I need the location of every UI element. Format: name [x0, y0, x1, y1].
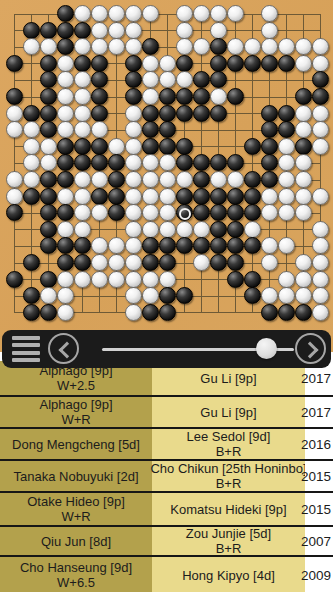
white-stone — [261, 204, 278, 221]
black-stone — [40, 271, 57, 288]
white-stone — [295, 287, 312, 304]
black-stone — [261, 55, 278, 72]
black-stone — [142, 138, 159, 155]
white-stone — [278, 237, 295, 254]
white-stone — [244, 221, 261, 238]
game-result: W+R — [61, 509, 90, 524]
white-stone — [261, 254, 278, 271]
black-stone — [40, 221, 57, 238]
white-stone — [125, 138, 142, 155]
white-stone — [125, 237, 142, 254]
white-stone — [6, 105, 23, 122]
black-stone — [227, 271, 244, 288]
black-stone — [176, 287, 193, 304]
white-stone — [278, 188, 295, 205]
black-stone — [74, 22, 91, 39]
black-stone — [108, 154, 125, 171]
white-stone — [176, 71, 193, 88]
black-stone — [278, 105, 295, 122]
black-stone — [142, 38, 159, 55]
left-player-name: Alphago [9p] — [39, 397, 112, 412]
black-stone — [40, 22, 57, 39]
black-stone — [261, 138, 278, 155]
white-stone — [57, 105, 74, 122]
white-stone — [193, 5, 210, 22]
black-stone — [6, 204, 23, 221]
white-stone — [142, 204, 159, 221]
white-stone — [91, 271, 108, 288]
white-stone — [91, 254, 108, 271]
black-stone — [210, 254, 227, 271]
left-player-name: Tanaka Nobuyuki [2d] — [13, 469, 138, 484]
white-stone — [125, 121, 142, 138]
left-player-name: Dong Mengcheng [5d] — [12, 437, 140, 452]
black-stone — [74, 254, 91, 271]
white-stone — [159, 154, 176, 171]
white-stone — [40, 154, 57, 171]
right-player-name: Komatsu Hideki [9p] — [170, 502, 286, 517]
black-stone — [40, 237, 57, 254]
white-stone — [108, 271, 125, 288]
white-stone — [40, 138, 57, 155]
white-stone — [159, 271, 176, 288]
white-stone — [91, 22, 108, 39]
black-stone — [159, 237, 176, 254]
white-stone — [108, 22, 125, 39]
year-cell: 2017 — [305, 397, 333, 427]
white-stone — [23, 38, 40, 55]
white-stone — [295, 121, 312, 138]
white-stone — [244, 38, 261, 55]
white-stone — [91, 171, 108, 188]
white-stone — [295, 204, 312, 221]
white-stone — [125, 254, 142, 271]
game-result: B+R — [216, 541, 242, 556]
white-stone — [261, 188, 278, 205]
go-board[interactable] — [0, 0, 333, 352]
black-stone — [210, 105, 227, 122]
black-stone — [261, 105, 278, 122]
white-stone — [295, 38, 312, 55]
black-stone — [40, 121, 57, 138]
black-stone — [91, 188, 108, 205]
black-stone — [6, 271, 23, 288]
black-stone — [227, 204, 244, 221]
white-stone — [125, 304, 142, 321]
black-stone — [57, 254, 74, 271]
white-stone — [295, 254, 312, 271]
white-stone — [108, 38, 125, 55]
black-stone — [176, 204, 193, 221]
white-stone — [210, 22, 227, 39]
white-stone — [295, 188, 312, 205]
black-stone — [57, 171, 74, 188]
white-stone — [108, 5, 125, 22]
black-stone — [74, 237, 91, 254]
left-player-cell: Tanaka Nobuyuki [2d] — [0, 461, 152, 491]
white-stone — [261, 237, 278, 254]
black-stone — [40, 88, 57, 105]
game-list: Alphago [9p]W+2.5Gu Li [9p]2017Alphago [… — [0, 361, 333, 592]
black-stone — [210, 154, 227, 171]
white-stone — [159, 55, 176, 72]
right-player-cell: Hong Kipyo [4d] — [152, 557, 305, 592]
black-stone — [91, 71, 108, 88]
white-stone — [193, 221, 210, 238]
table-row[interactable]: Qiu Jun [8d]Zou Junjie [5d]B+R2007 — [0, 527, 333, 557]
black-stone — [142, 254, 159, 271]
left-player-cell: Dong Mengcheng [5d] — [0, 429, 152, 459]
black-stone — [176, 55, 193, 72]
black-stone — [57, 38, 74, 55]
white-stone — [176, 5, 193, 22]
white-stone — [108, 237, 125, 254]
black-stone — [244, 55, 261, 72]
white-stone — [74, 71, 91, 88]
black-stone — [210, 38, 227, 55]
black-stone — [176, 138, 193, 155]
black-stone — [74, 138, 91, 155]
white-stone — [193, 38, 210, 55]
black-stone — [125, 71, 142, 88]
right-player-cell: Zou Junjie [5d]B+R — [152, 527, 305, 555]
right-player-name: Gu Li [9p] — [200, 371, 256, 386]
year-cell: 2016 — [305, 429, 333, 459]
year-cell: 2015 — [305, 461, 333, 491]
white-stone — [74, 105, 91, 122]
black-stone — [40, 188, 57, 205]
black-stone — [40, 304, 57, 321]
black-stone — [278, 55, 295, 72]
black-stone — [91, 154, 108, 171]
white-stone — [312, 138, 329, 155]
white-stone — [125, 287, 142, 304]
white-stone — [91, 204, 108, 221]
right-player-cell: Cho Chikun [25th Honinbo]B+R — [152, 461, 305, 491]
black-stone — [227, 188, 244, 205]
white-stone — [91, 5, 108, 22]
black-stone — [40, 204, 57, 221]
white-stone — [74, 188, 91, 205]
year-cell: 2007 — [305, 527, 333, 555]
black-stone — [40, 105, 57, 122]
black-stone — [176, 237, 193, 254]
white-stone — [125, 105, 142, 122]
right-player-cell: Gu Li [9p] — [152, 397, 305, 427]
white-stone — [57, 121, 74, 138]
black-stone — [91, 138, 108, 155]
white-stone — [278, 138, 295, 155]
white-stone — [91, 237, 108, 254]
black-stone — [57, 204, 74, 221]
black-stone — [261, 154, 278, 171]
black-stone — [193, 88, 210, 105]
white-stone — [295, 105, 312, 122]
white-stone — [312, 287, 329, 304]
white-stone — [159, 171, 176, 188]
black-stone — [108, 171, 125, 188]
black-stone — [210, 204, 227, 221]
white-stone — [261, 38, 278, 55]
white-stone — [278, 287, 295, 304]
black-stone — [244, 237, 261, 254]
black-stone — [244, 204, 261, 221]
white-stone — [261, 287, 278, 304]
white-stone — [159, 71, 176, 88]
white-stone — [125, 5, 142, 22]
black-stone — [159, 254, 176, 271]
white-stone — [312, 221, 329, 238]
white-stone — [40, 38, 57, 55]
black-stone — [142, 237, 159, 254]
white-stone — [142, 55, 159, 72]
white-stone — [227, 5, 244, 22]
year-cell: 2015 — [305, 493, 333, 525]
move-slider[interactable] — [102, 330, 294, 368]
left-player-cell: Qiu Jun [8d] — [0, 527, 152, 555]
right-player-cell: Lee Sedol [9d]B+R — [152, 429, 305, 459]
white-stone — [23, 138, 40, 155]
menu-icon[interactable] — [12, 336, 40, 362]
right-player-name: Hong Kipyo [4d] — [182, 568, 275, 583]
white-stone — [261, 22, 278, 39]
right-player-cell: Komatsu Hideki [9p] — [152, 493, 305, 525]
black-stone — [159, 138, 176, 155]
white-stone — [312, 188, 329, 205]
white-stone — [295, 171, 312, 188]
black-stone — [176, 154, 193, 171]
white-stone — [312, 254, 329, 271]
white-stone — [142, 221, 159, 238]
black-stone — [23, 22, 40, 39]
white-stone — [57, 287, 74, 304]
black-stone — [227, 254, 244, 271]
black-stone — [278, 304, 295, 321]
last-move-marker — [179, 208, 191, 220]
white-stone — [57, 55, 74, 72]
white-stone — [312, 105, 329, 122]
white-stone — [159, 188, 176, 205]
white-stone — [74, 204, 91, 221]
black-stone — [210, 221, 227, 238]
black-stone — [23, 287, 40, 304]
white-stone — [295, 271, 312, 288]
white-stone — [57, 271, 74, 288]
game-result: W+R — [61, 412, 90, 427]
left-player-name: Otake Hideo [9p] — [27, 494, 125, 509]
white-stone — [278, 271, 295, 288]
black-stone — [193, 188, 210, 205]
white-stone — [91, 38, 108, 55]
black-stone — [108, 188, 125, 205]
game-result: B+R — [216, 476, 242, 491]
black-stone — [244, 271, 261, 288]
white-stone — [312, 121, 329, 138]
game-result: B+R — [216, 444, 242, 459]
white-stone — [125, 22, 142, 39]
white-stone — [125, 271, 142, 288]
game-result: W+2.5 — [57, 378, 95, 393]
black-stone — [159, 304, 176, 321]
black-stone — [6, 55, 23, 72]
black-stone — [40, 55, 57, 72]
white-stone — [176, 22, 193, 39]
black-stone — [23, 304, 40, 321]
white-stone — [23, 171, 40, 188]
white-stone — [57, 71, 74, 88]
black-stone — [57, 138, 74, 155]
white-stone — [57, 221, 74, 238]
black-stone — [40, 171, 57, 188]
white-stone — [108, 254, 125, 271]
white-stone — [193, 254, 210, 271]
table-row[interactable]: Dong Mengcheng [5d]Lee Sedol [9d]B+R2016 — [0, 429, 333, 461]
white-stone — [125, 171, 142, 188]
white-stone — [210, 5, 227, 22]
black-stone — [295, 138, 312, 155]
black-stone — [91, 55, 108, 72]
black-stone — [244, 287, 261, 304]
white-stone — [312, 271, 329, 288]
black-stone — [210, 55, 227, 72]
white-stone — [125, 188, 142, 205]
black-stone — [23, 105, 40, 122]
white-stone — [176, 171, 193, 188]
black-stone — [244, 171, 261, 188]
black-stone — [23, 254, 40, 271]
black-stone — [278, 121, 295, 138]
white-stone — [74, 88, 91, 105]
right-player-name: Cho Chikun [25th Honinbo] — [150, 461, 306, 476]
black-stone — [210, 188, 227, 205]
white-stone — [57, 304, 74, 321]
white-stone — [142, 188, 159, 205]
move-navigation-bar — [2, 330, 331, 368]
white-stone — [210, 88, 227, 105]
black-stone — [227, 221, 244, 238]
black-stone — [74, 55, 91, 72]
black-stone — [193, 237, 210, 254]
white-stone — [295, 154, 312, 171]
white-stone — [176, 38, 193, 55]
white-stone — [295, 55, 312, 72]
left-player-cell: Cho Hanseung [9d]W+6.5 — [0, 557, 152, 592]
black-stone — [193, 105, 210, 122]
white-stone — [312, 38, 329, 55]
white-stone — [74, 171, 91, 188]
white-stone — [312, 304, 329, 321]
black-stone — [142, 121, 159, 138]
white-stone — [125, 38, 142, 55]
black-stone — [193, 154, 210, 171]
white-stone — [142, 88, 159, 105]
black-stone — [159, 287, 176, 304]
white-stone — [142, 271, 159, 288]
black-stone — [125, 88, 142, 105]
black-stone — [159, 121, 176, 138]
white-stone — [227, 171, 244, 188]
white-stone — [278, 204, 295, 221]
table-row[interactable]: Tanaka Nobuyuki [2d]Cho Chikun [25th Hon… — [0, 461, 333, 493]
chevron-right-icon — [302, 342, 319, 359]
white-stone — [142, 71, 159, 88]
black-stone — [193, 204, 210, 221]
black-stone — [176, 88, 193, 105]
white-stone — [278, 38, 295, 55]
black-stone — [227, 88, 244, 105]
previous-move-button[interactable] — [48, 333, 79, 364]
table-row[interactable]: Otake Hideo [9p]W+RKomatsu Hideki [9p]20… — [0, 493, 333, 527]
black-stone — [227, 154, 244, 171]
left-player-cell: Alphago [9p]W+R — [0, 397, 152, 427]
white-stone — [210, 171, 227, 188]
left-player-cell: Otake Hideo [9p]W+R — [0, 493, 152, 525]
black-stone — [295, 304, 312, 321]
white-stone — [74, 221, 91, 238]
white-stone — [125, 154, 142, 171]
white-stone — [91, 121, 108, 138]
black-stone — [227, 237, 244, 254]
white-stone — [74, 38, 91, 55]
left-player-name: Qiu Jun [8d] — [41, 534, 111, 549]
right-player-name: Lee Sedol [9d] — [187, 429, 271, 444]
white-stone — [125, 221, 142, 238]
black-stone — [142, 105, 159, 122]
black-stone — [57, 154, 74, 171]
white-stone — [23, 154, 40, 171]
black-stone — [244, 138, 261, 155]
white-stone — [176, 221, 193, 238]
black-stone — [210, 237, 227, 254]
black-stone — [261, 171, 278, 188]
black-stone — [40, 71, 57, 88]
black-stone — [312, 71, 329, 88]
black-stone — [57, 237, 74, 254]
black-stone — [210, 71, 227, 88]
right-player-name: Zou Junjie [5d] — [186, 526, 271, 541]
white-stone — [278, 154, 295, 171]
black-stone — [125, 55, 142, 72]
black-stone — [57, 5, 74, 22]
white-stone — [57, 88, 74, 105]
white-stone — [261, 5, 278, 22]
black-stone — [295, 88, 312, 105]
next-move-button[interactable] — [295, 333, 326, 364]
white-stone — [159, 221, 176, 238]
black-stone — [57, 22, 74, 39]
white-stone — [6, 171, 23, 188]
black-stone — [91, 105, 108, 122]
chevron-left-icon — [59, 342, 76, 359]
table-row[interactable]: Cho Hanseung [9d]W+6.5Hong Kipyo [4d]200… — [0, 557, 333, 592]
black-stone — [227, 55, 244, 72]
slider-thumb[interactable] — [256, 338, 277, 359]
white-stone — [57, 188, 74, 205]
black-stone — [74, 154, 91, 171]
white-stone — [74, 121, 91, 138]
black-stone — [108, 204, 125, 221]
white-stone — [142, 171, 159, 188]
white-stone — [227, 38, 244, 55]
year-cell: 2009 — [305, 557, 333, 592]
black-stone — [159, 88, 176, 105]
white-stone — [159, 204, 176, 221]
table-row[interactable]: Alphago [9p]W+RGu Li [9p]2017 — [0, 397, 333, 429]
black-stone — [261, 304, 278, 321]
black-stone — [261, 121, 278, 138]
white-stone — [125, 204, 142, 221]
black-stone — [244, 188, 261, 205]
